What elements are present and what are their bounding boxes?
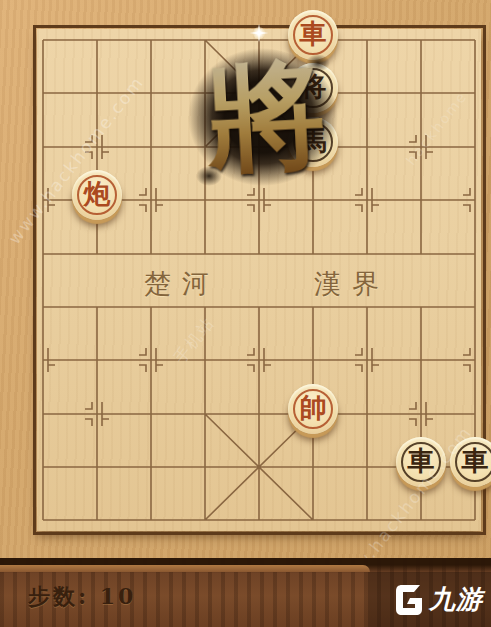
piece-glyph: 帥 <box>300 383 327 433</box>
step-counter: 步数: 10 <box>28 582 136 612</box>
brand-text: 九游 <box>429 582 483 617</box>
piece-red-cannon[interactable]: 炮 <box>72 170 122 220</box>
brand-logo[interactable]: 九游 <box>368 572 491 627</box>
game-screen: 楚河 漢界 車将馬炮帥車車 將 www.hackhome.com 手机站 www… <box>0 0 491 627</box>
piece-glyph: 車 <box>462 436 489 486</box>
piece-glyph: 車 <box>408 436 435 486</box>
board-edge-highlight <box>0 565 370 572</box>
river-label-left: 楚河 <box>144 266 220 302</box>
piece-glyph: 車 <box>300 9 327 59</box>
xiangqi-board[interactable]: 楚河 漢界 車将馬炮帥車車 將 www.hackhome.com 手机站 www… <box>0 0 491 558</box>
step-label: 步数: <box>28 583 89 609</box>
piece-glyph: 炮 <box>84 169 111 219</box>
piece-black-horse[interactable]: 馬 <box>288 117 338 167</box>
piece-glyph: 将 <box>300 62 327 112</box>
bottom-bar: 步数: 10 九游 <box>0 558 491 627</box>
piece-black-chariot[interactable]: 車 <box>396 437 446 487</box>
piece-glyph: 馬 <box>300 116 327 166</box>
piece-red-chariot[interactable]: 車 <box>288 10 338 60</box>
river-label-right: 漢界 <box>314 266 390 302</box>
piece-red-general[interactable]: 帥 <box>288 384 338 434</box>
step-value: 10 <box>100 583 137 609</box>
9game-g-icon <box>394 583 424 617</box>
piece-black-general[interactable]: 将 <box>288 63 338 113</box>
